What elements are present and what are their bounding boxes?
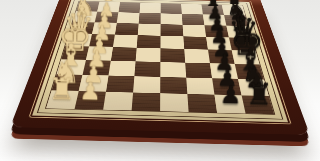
black-rook[interactable]: ♜	[245, 79, 273, 110]
square-f4[interactable]	[134, 61, 160, 77]
square-e6[interactable]	[184, 49, 210, 63]
square-e5[interactable]	[160, 48, 185, 62]
square-f3[interactable]	[108, 61, 135, 77]
square-h4[interactable]	[132, 93, 161, 112]
square-g4[interactable]	[133, 76, 160, 93]
square-g6[interactable]	[186, 78, 214, 95]
square-c4[interactable]	[138, 24, 161, 36]
black-pawn[interactable]: ♟	[219, 83, 241, 108]
square-d6[interactable]	[183, 36, 208, 49]
square-a4[interactable]	[140, 3, 161, 14]
square-a6[interactable]	[181, 4, 203, 15]
square-h2[interactable]: ♟	[75, 91, 106, 110]
square-e4[interactable]	[136, 48, 161, 62]
border-pinstripe: ♜♟♟♜♞♟♟♞♝♟♟♝♛♟♟♛♚♟♟♚♝♟♟♝♞♟♟♞♜♟♟♜	[37, 0, 283, 120]
square-d3[interactable]	[113, 35, 138, 48]
square-c6[interactable]	[183, 25, 207, 37]
square-c3[interactable]	[115, 23, 139, 35]
square-h7[interactable]: ♟	[215, 95, 246, 114]
square-b4[interactable]	[139, 13, 161, 24]
square-d5[interactable]	[160, 36, 184, 49]
square-c5[interactable]	[161, 24, 184, 36]
square-h6[interactable]	[187, 94, 217, 113]
square-f6[interactable]	[185, 63, 212, 79]
square-e3[interactable]	[111, 47, 137, 61]
square-h1[interactable]: ♜	[46, 90, 79, 109]
backdrop: ♜♟♟♜♞♟♟♞♝♟♟♝♛♟♟♛♚♟♟♚♝♟♟♝♞♟♟♞♜♟♟♜	[0, 0, 320, 161]
square-a5[interactable]	[161, 3, 182, 14]
frame-inlay-line: ♜♟♟♜♞♟♟♞♝♟♟♝♛♟♟♛♚♟♟♚♝♟♟♝♞♟♟♞♜♟♟♜	[29, 0, 292, 124]
white-rook[interactable]: ♜	[48, 74, 76, 105]
board-grid: ♜♟♟♜♞♟♟♞♝♟♟♝♛♟♟♛♚♟♟♚♝♟♟♝♞♟♟♞♜♟♟♜	[45, 1, 275, 115]
square-h5[interactable]	[160, 93, 188, 112]
square-d4[interactable]	[137, 35, 161, 48]
square-b5[interactable]	[161, 13, 183, 24]
maple-border: ♜♟♟♜♞♟♟♞♝♟♟♝♛♟♟♛♚♟♟♚♝♟♟♝♞♟♟♞♜♟♟♜	[32, 0, 288, 122]
chess-board: ♜♟♟♜♞♟♟♞♝♟♟♝♛♟♟♛♚♟♟♚♝♟♟♝♞♟♟♞♜♟♟♜	[10, 0, 310, 135]
square-g5[interactable]	[160, 77, 187, 94]
square-a3[interactable]	[118, 2, 140, 13]
square-b6[interactable]	[182, 14, 205, 25]
square-h3[interactable]	[103, 92, 133, 111]
square-h8[interactable]: ♜	[242, 95, 274, 114]
square-g3[interactable]	[106, 76, 134, 93]
square-f5[interactable]	[160, 62, 186, 78]
white-pawn[interactable]: ♟	[79, 79, 101, 104]
square-b3[interactable]	[117, 12, 140, 23]
